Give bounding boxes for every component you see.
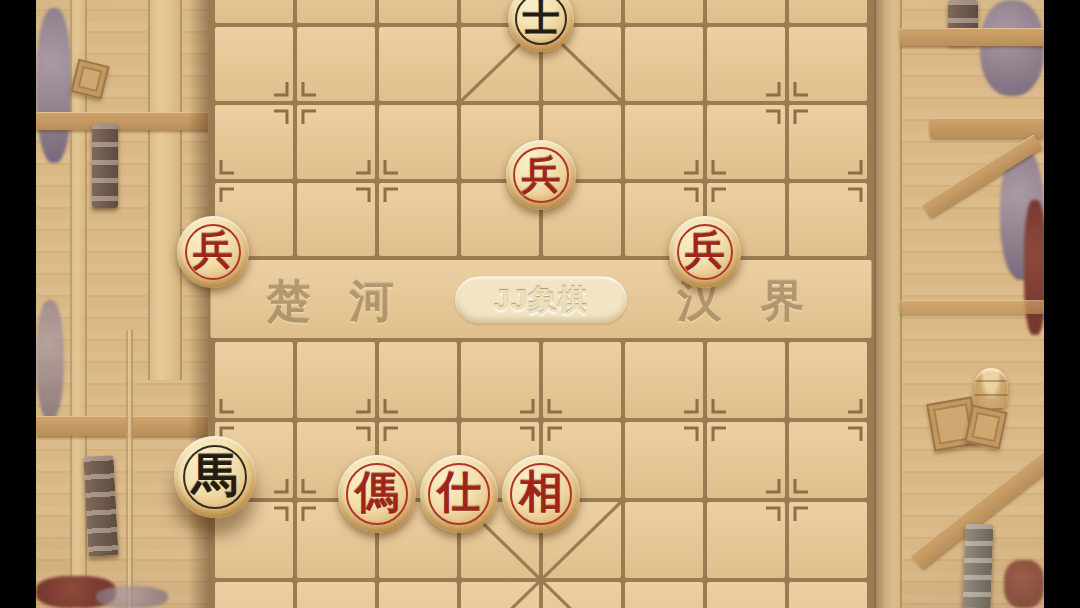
piece-face: 兵 <box>677 224 734 281</box>
piece-char: 兵 <box>522 155 561 194</box>
piece-char: 傌 <box>355 471 399 515</box>
pieces-layer: 士兵兵兵馬傌仕相 <box>0 0 1080 608</box>
piece-red-soldier[interactable]: 兵 <box>506 140 576 210</box>
piece-char: 仕 <box>437 471 481 515</box>
piece-face: 兵 <box>185 224 242 281</box>
letterbox-bar-left <box>0 0 36 608</box>
piece-red-soldier[interactable]: 兵 <box>669 216 741 288</box>
piece-face: 馬 <box>183 445 248 510</box>
piece-char: 士 <box>523 0 560 37</box>
piece-black-advisor[interactable]: 士 <box>508 0 574 52</box>
piece-face: 傌 <box>346 463 408 525</box>
piece-red-soldier[interactable]: 兵 <box>177 216 249 288</box>
piece-char: 兵 <box>193 231 233 271</box>
piece-face: 仕 <box>428 463 490 525</box>
piece-red-advisor[interactable]: 仕 <box>420 455 498 533</box>
piece-char: 馬 <box>192 453 238 499</box>
piece-face: 兵 <box>513 147 568 202</box>
piece-char: 相 <box>519 471 563 515</box>
piece-face: 相 <box>510 463 572 525</box>
piece-black-horse[interactable]: 馬 <box>174 436 256 518</box>
piece-red-elephant[interactable]: 相 <box>502 455 580 533</box>
piece-face: 士 <box>515 0 567 45</box>
game-screen: 楚 河 汉 界 JJ象棋 士兵兵兵馬傌仕相 <box>0 0 1080 608</box>
letterbox-bar-right <box>1044 0 1080 608</box>
xiangqi-board[interactable]: 楚 河 汉 界 JJ象棋 士兵兵兵馬傌仕相 <box>0 0 1080 608</box>
piece-char: 兵 <box>685 231 725 271</box>
piece-red-horse[interactable]: 傌 <box>338 455 416 533</box>
